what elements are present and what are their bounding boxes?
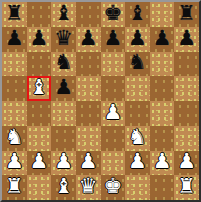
black-rook: ♜ (177, 3, 196, 24)
black-pawn: ♟ (30, 28, 49, 49)
black-pawn: ♟ (153, 28, 172, 49)
square-e1[interactable]: ♚ (101, 175, 126, 200)
square-d8[interactable] (76, 2, 101, 27)
white-knight: ♞ (128, 127, 147, 148)
square-h7[interactable]: ♟ (174, 27, 199, 52)
square-f7[interactable]: ♟ (125, 27, 150, 52)
square-b3[interactable] (27, 126, 52, 151)
square-e4[interactable]: ♟ (101, 101, 126, 126)
black-pawn: ♟ (103, 28, 122, 49)
square-d3[interactable] (76, 126, 101, 151)
square-a6[interactable] (2, 52, 27, 77)
square-f2[interactable]: ♟ (125, 151, 150, 176)
square-a8[interactable]: ♜ (2, 2, 27, 27)
square-b8[interactable] (27, 2, 52, 27)
square-g5[interactable] (150, 76, 175, 101)
square-g2[interactable]: ♟ (150, 151, 175, 176)
square-f4[interactable] (125, 101, 150, 126)
square-e8[interactable]: ♚ (101, 2, 126, 27)
square-a2[interactable]: ♟ (2, 151, 27, 176)
white-pawn: ♟ (128, 151, 147, 172)
black-knight: ♞ (54, 52, 73, 73)
black-knight: ♞ (128, 52, 147, 73)
square-h1[interactable]: ♜ (174, 175, 199, 200)
square-a3[interactable]: ♞ (2, 126, 27, 151)
black-bishop: ♝ (128, 3, 147, 24)
square-g7[interactable]: ♟ (150, 27, 175, 52)
white-pawn: ♟ (5, 151, 24, 172)
square-h4[interactable] (174, 101, 199, 126)
square-h8[interactable]: ♜ (174, 2, 199, 27)
square-b1[interactable] (27, 175, 52, 200)
square-e6[interactable] (101, 52, 126, 77)
square-e2[interactable] (101, 151, 126, 176)
square-a7[interactable]: ♟ (2, 27, 27, 52)
white-pawn: ♟ (177, 151, 196, 172)
black-queen: ♛ (54, 28, 73, 49)
square-e5[interactable] (101, 76, 126, 101)
square-h6[interactable] (174, 52, 199, 77)
square-d2[interactable]: ♟ (76, 151, 101, 176)
white-pawn: ♟ (79, 151, 98, 172)
black-pawn: ♟ (5, 28, 24, 49)
square-e7[interactable]: ♟ (101, 27, 126, 52)
black-pawn: ♟ (177, 28, 196, 49)
square-d4[interactable] (76, 101, 101, 126)
square-g4[interactable] (150, 101, 175, 126)
white-rook: ♜ (5, 176, 24, 197)
chess-board: ♜♝♚♝♜♟♟♛♟♟♟♟♟♞♞♝♟♟♞♞♟♟♟♟♟♟♟♜♝♛♚♜ (2, 2, 199, 200)
square-g6[interactable] (150, 52, 175, 77)
square-c1[interactable]: ♝ (51, 175, 76, 200)
square-b2[interactable]: ♟ (27, 151, 52, 176)
square-c5[interactable]: ♟ (51, 76, 76, 101)
square-b4[interactable] (27, 101, 52, 126)
square-f5[interactable] (125, 76, 150, 101)
square-c7[interactable]: ♛ (51, 27, 76, 52)
square-f6[interactable]: ♞ (125, 52, 150, 77)
square-h2[interactable]: ♟ (174, 151, 199, 176)
square-f8[interactable]: ♝ (125, 2, 150, 27)
square-h3[interactable] (174, 126, 199, 151)
white-pawn: ♟ (54, 151, 73, 172)
white-pawn: ♟ (153, 151, 172, 172)
square-c6[interactable]: ♞ (51, 52, 76, 77)
white-queen: ♛ (79, 176, 98, 197)
square-f3[interactable]: ♞ (125, 126, 150, 151)
white-pawn: ♟ (30, 151, 49, 172)
square-g8[interactable] (150, 2, 175, 27)
white-bishop: ♝ (30, 77, 49, 98)
square-d5[interactable] (76, 76, 101, 101)
square-g1[interactable] (150, 175, 175, 200)
board-frame: ♜♝♚♝♜♟♟♛♟♟♟♟♟♞♞♝♟♟♞♞♟♟♟♟♟♟♟♜♝♛♚♜ (0, 0, 201, 202)
black-pawn: ♟ (128, 28, 147, 49)
white-king: ♚ (103, 176, 122, 197)
square-d1[interactable]: ♛ (76, 175, 101, 200)
black-bishop: ♝ (54, 3, 73, 24)
square-b7[interactable]: ♟ (27, 27, 52, 52)
square-c8[interactable]: ♝ (51, 2, 76, 27)
square-c3[interactable] (51, 126, 76, 151)
square-d7[interactable]: ♟ (76, 27, 101, 52)
white-pawn: ♟ (103, 102, 122, 123)
square-b6[interactable] (27, 52, 52, 77)
square-b5[interactable]: ♝ (27, 76, 52, 101)
square-a4[interactable] (2, 101, 27, 126)
square-a5[interactable] (2, 76, 27, 101)
black-king: ♚ (103, 3, 122, 24)
white-bishop: ♝ (54, 176, 73, 197)
square-c2[interactable]: ♟ (51, 151, 76, 176)
square-g3[interactable] (150, 126, 175, 151)
white-knight: ♞ (5, 127, 24, 148)
black-rook: ♜ (5, 3, 24, 24)
square-f1[interactable] (125, 175, 150, 200)
square-e3[interactable] (101, 126, 126, 151)
square-h5[interactable] (174, 76, 199, 101)
black-pawn: ♟ (79, 28, 98, 49)
square-c4[interactable] (51, 101, 76, 126)
square-d6[interactable] (76, 52, 101, 77)
white-rook: ♜ (177, 176, 196, 197)
square-a1[interactable]: ♜ (2, 175, 27, 200)
black-pawn: ♟ (54, 77, 73, 98)
